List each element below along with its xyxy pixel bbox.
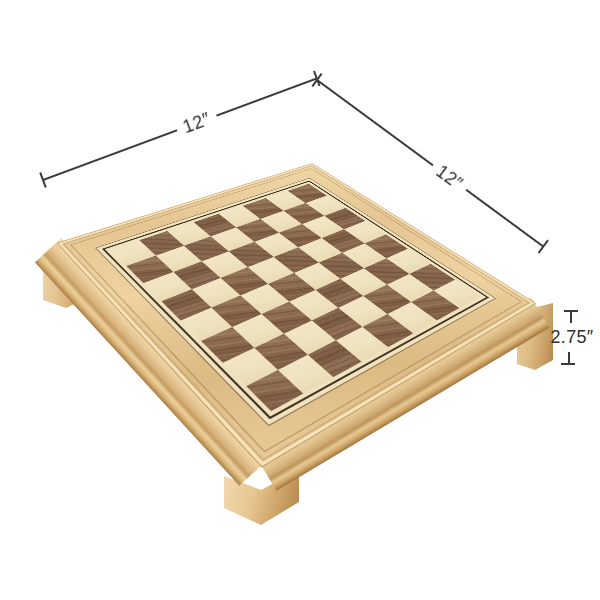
width-dimension-line: 12″ (43, 78, 317, 181)
product-photo: 12″ 12″ 2.75″ (0, 0, 600, 600)
height-marker-top-stem (570, 312, 572, 323)
height-dimension-label: 2.75″ (542, 328, 600, 346)
height-marker-bottom-tick (561, 363, 575, 365)
height-marker-bottom-stem (568, 352, 570, 363)
width-dimension-label: 12″ (173, 105, 220, 140)
chess-board (56, 163, 536, 468)
depth-dimension-label: 12″ (426, 156, 473, 199)
